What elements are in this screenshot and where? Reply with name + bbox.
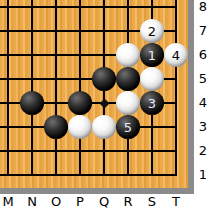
stone-black-S4[interactable]: 3: [140, 91, 164, 115]
row-label-3: 3: [195, 119, 211, 135]
stone-black-P4[interactable]: [68, 91, 92, 115]
column-label-T: T: [168, 195, 184, 209]
move-number-label: 3: [148, 97, 156, 110]
column-label-M: M: [0, 195, 16, 209]
go-board[interactable]: 21435: [0, 0, 188, 188]
stone-white-R6[interactable]: [116, 43, 140, 67]
stone-white-R4[interactable]: [116, 91, 140, 115]
stone-black-S6[interactable]: 1: [140, 43, 164, 67]
row-label-5: 5: [195, 71, 211, 87]
stone-black-R5[interactable]: [116, 67, 140, 91]
grid-line-row-2: [0, 150, 177, 152]
go-diagram: 21435 MNOPQRST87654321: [0, 0, 212, 212]
stone-white-T6[interactable]: 4: [164, 43, 188, 67]
move-number-label: 5: [124, 121, 132, 134]
stone-white-S7[interactable]: 2: [140, 19, 164, 43]
row-label-2: 2: [195, 143, 211, 159]
row-label-7: 7: [195, 23, 211, 39]
column-label-N: N: [24, 195, 40, 209]
column-label-S: S: [144, 195, 160, 209]
column-label-Q: Q: [96, 195, 112, 209]
column-label-P: P: [72, 195, 88, 209]
row-label-4: 4: [195, 95, 211, 111]
move-number-label: 1: [148, 49, 156, 62]
move-number-label: 4: [172, 49, 180, 62]
stone-white-S5[interactable]: [140, 67, 164, 91]
row-label-8: 8: [195, 0, 211, 15]
column-label-R: R: [120, 195, 136, 209]
stone-white-P3[interactable]: [68, 115, 92, 139]
stone-black-N4[interactable]: [20, 91, 44, 115]
row-label-6: 6: [195, 47, 211, 63]
move-number-label: 2: [148, 25, 156, 38]
grid-line-row-8: [0, 6, 177, 8]
row-label-1: 1: [195, 167, 211, 183]
stone-black-O3[interactable]: [44, 115, 68, 139]
grid-line-row-1: [0, 174, 177, 176]
stone-black-Q5[interactable]: [92, 67, 116, 91]
stone-black-R3[interactable]: 5: [116, 115, 140, 139]
column-label-O: O: [48, 195, 64, 209]
star-point-Q4: [99, 98, 109, 108]
stone-white-Q3[interactable]: [92, 115, 116, 139]
